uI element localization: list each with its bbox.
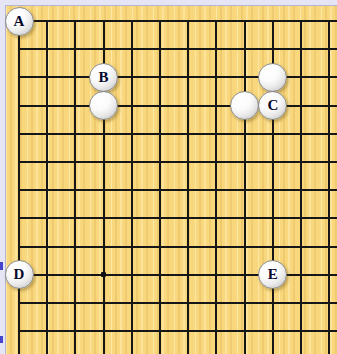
board-layer[interactable]: ABCDE (0, 0, 337, 354)
stone-white[interactable] (230, 91, 259, 120)
stone-white[interactable] (89, 91, 118, 120)
grid-line-horizontal (18, 76, 337, 78)
grid-line-horizontal (18, 105, 337, 107)
grid-line-horizontal (18, 302, 337, 304)
stone-label: C (267, 98, 278, 113)
grid-line-horizontal (18, 48, 337, 50)
grid-line-horizontal (18, 217, 337, 219)
stone-white-D[interactable]: D (5, 260, 34, 289)
grid-line-horizontal (18, 246, 337, 248)
grid-line-horizontal (18, 20, 337, 22)
stone-white[interactable] (258, 63, 287, 92)
page: ABCDE (0, 0, 337, 354)
stone-white-A[interactable]: A (5, 7, 34, 36)
star-point (101, 272, 106, 277)
grid-line-horizontal (18, 274, 337, 276)
stone-white-B[interactable]: B (89, 63, 118, 92)
grid-line-horizontal (18, 161, 337, 163)
stone-white-E[interactable]: E (258, 260, 287, 289)
clipped-text-artifact (0, 262, 3, 270)
grid-line-horizontal (18, 330, 337, 332)
clipped-text-artifact (0, 336, 3, 343)
stone-label: B (99, 70, 109, 85)
stone-label: E (268, 267, 278, 282)
stone-label: A (14, 14, 25, 29)
grid-line-horizontal (18, 189, 337, 191)
grid-line-horizontal (18, 133, 337, 135)
stone-label: D (14, 267, 25, 282)
stone-white-C[interactable]: C (258, 91, 287, 120)
